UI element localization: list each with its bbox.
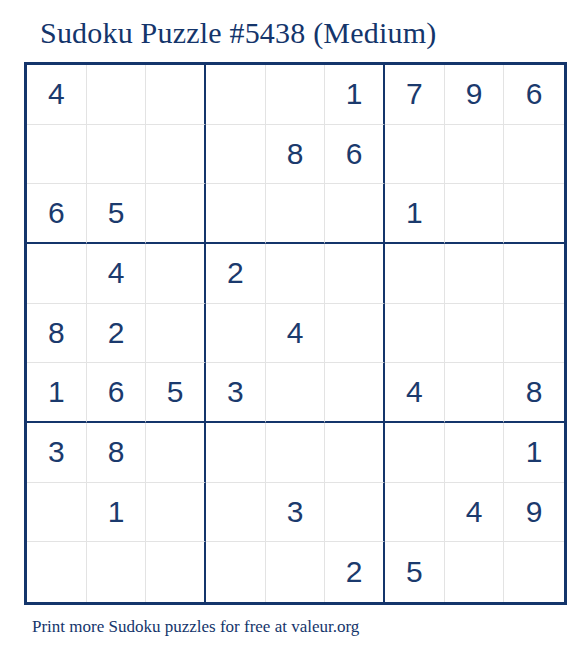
cell-r8c7 <box>385 483 445 543</box>
cell-r2c9 <box>504 125 564 185</box>
cell-r9c7: 5 <box>385 542 445 602</box>
cell-r1c3 <box>146 65 206 125</box>
cell-r9c4 <box>206 542 266 602</box>
cell-r7c1: 3 <box>27 423 87 483</box>
cell-r8c6 <box>325 483 385 543</box>
cell-r3c5 <box>266 184 326 244</box>
cell-r3c9 <box>504 184 564 244</box>
cell-r2c1 <box>27 125 87 185</box>
cell-r6c6 <box>325 363 385 423</box>
cell-r4c9 <box>504 244 564 304</box>
cell-r9c1 <box>27 542 87 602</box>
cell-r8c8: 4 <box>445 483 505 543</box>
cell-r4c3 <box>146 244 206 304</box>
cell-r7c4 <box>206 423 266 483</box>
cell-r3c1: 6 <box>27 184 87 244</box>
cell-r5c8 <box>445 304 505 364</box>
cell-r8c5: 3 <box>266 483 326 543</box>
cell-r1c6: 1 <box>325 65 385 125</box>
cell-r6c1: 1 <box>27 363 87 423</box>
cell-r9c3 <box>146 542 206 602</box>
cell-r6c7: 4 <box>385 363 445 423</box>
cell-r6c4: 3 <box>206 363 266 423</box>
cell-r5c1: 8 <box>27 304 87 364</box>
cell-r4c4: 2 <box>206 244 266 304</box>
cell-r5c9 <box>504 304 564 364</box>
cell-r6c3: 5 <box>146 363 206 423</box>
cell-r2c8 <box>445 125 505 185</box>
cell-r4c8 <box>445 244 505 304</box>
cell-r1c5 <box>266 65 326 125</box>
cell-r6c5 <box>266 363 326 423</box>
cell-r1c9: 6 <box>504 65 564 125</box>
cell-r3c6 <box>325 184 385 244</box>
cell-r7c8 <box>445 423 505 483</box>
cell-r8c9: 9 <box>504 483 564 543</box>
cell-r1c8: 9 <box>445 65 505 125</box>
cell-r5c7 <box>385 304 445 364</box>
cell-r8c4 <box>206 483 266 543</box>
cell-r7c7 <box>385 423 445 483</box>
cell-r4c2: 4 <box>87 244 147 304</box>
cell-r2c7 <box>385 125 445 185</box>
cell-r5c5: 4 <box>266 304 326 364</box>
cell-r9c5 <box>266 542 326 602</box>
cell-r3c8 <box>445 184 505 244</box>
sudoku-grid: 417968665142824165348381134925 <box>24 62 567 605</box>
footer-text: Print more Sudoku puzzles for free at va… <box>32 617 359 637</box>
cell-r5c6 <box>325 304 385 364</box>
cell-r1c1: 4 <box>27 65 87 125</box>
cell-r4c7 <box>385 244 445 304</box>
puzzle-title: Sudoku Puzzle #5438 (Medium) <box>40 16 436 50</box>
cell-r8c3 <box>146 483 206 543</box>
cell-r3c4 <box>206 184 266 244</box>
cell-r7c9: 1 <box>504 423 564 483</box>
cell-r7c3 <box>146 423 206 483</box>
cell-r5c4 <box>206 304 266 364</box>
cell-r4c5 <box>266 244 326 304</box>
cell-r7c5 <box>266 423 326 483</box>
cell-r1c4 <box>206 65 266 125</box>
cell-r3c3 <box>146 184 206 244</box>
cell-r2c5: 8 <box>266 125 326 185</box>
cell-r9c9 <box>504 542 564 602</box>
cell-r7c6 <box>325 423 385 483</box>
cell-r7c2: 8 <box>87 423 147 483</box>
cell-r6c8 <box>445 363 505 423</box>
cell-r5c3 <box>146 304 206 364</box>
cell-r6c2: 6 <box>87 363 147 423</box>
cell-r9c6: 2 <box>325 542 385 602</box>
cell-r9c2 <box>87 542 147 602</box>
cell-r2c3 <box>146 125 206 185</box>
cell-r1c7: 7 <box>385 65 445 125</box>
cell-r4c6 <box>325 244 385 304</box>
cell-r3c2: 5 <box>87 184 147 244</box>
cell-r6c9: 8 <box>504 363 564 423</box>
cell-r8c1 <box>27 483 87 543</box>
cell-r2c4 <box>206 125 266 185</box>
cell-r5c2: 2 <box>87 304 147 364</box>
cell-r3c7: 1 <box>385 184 445 244</box>
cell-r8c2: 1 <box>87 483 147 543</box>
cell-r2c2 <box>87 125 147 185</box>
cell-r1c2 <box>87 65 147 125</box>
cell-r2c6: 6 <box>325 125 385 185</box>
cell-r4c1 <box>27 244 87 304</box>
cell-r9c8 <box>445 542 505 602</box>
